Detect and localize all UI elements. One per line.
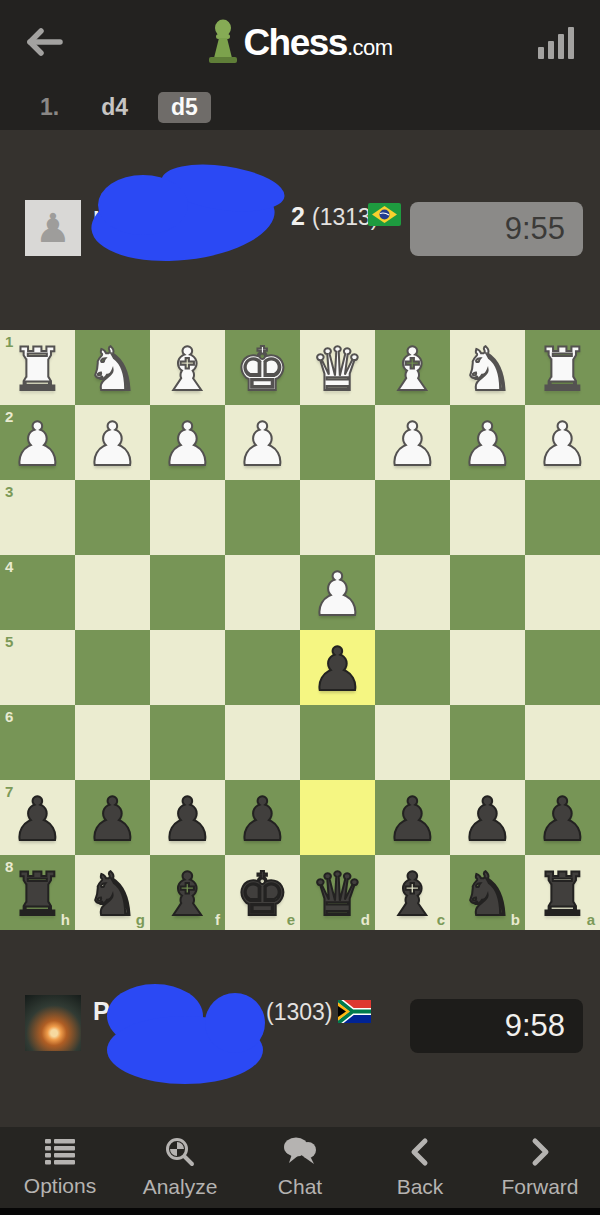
square-g6[interactable] [75,705,150,780]
analyze-label: Analyze [143,1175,218,1199]
options-list-icon [45,1138,75,1166]
square-c1[interactable]: ♝ [375,330,450,405]
android-nav-strip [0,1208,600,1215]
piece-bP-e7: ♟ [225,780,300,855]
square-a7[interactable]: ♟ [525,780,600,855]
rank-label-7: 7 [5,783,13,800]
piece-wK-e1: ♚ [225,330,300,405]
square-e6[interactable] [225,705,300,780]
file-label-c: c [437,911,445,928]
chevron-left-icon [408,1137,432,1167]
square-f4[interactable] [150,555,225,630]
square-f7[interactable]: ♟ [150,780,225,855]
square-h2[interactable]: ♟2 [0,405,75,480]
rank-label-4: 4 [5,558,13,575]
logo-text-com: .com [347,35,393,61]
square-d5[interactable]: ♟ [300,630,375,705]
move-white[interactable]: d4 [101,94,128,121]
square-a2[interactable]: ♟ [525,405,600,480]
rank-label-1: 1 [5,333,13,350]
forward-label: Forward [501,1175,578,1199]
square-g1[interactable]: ♞ [75,330,150,405]
file-label-h: h [61,911,70,928]
rank-label-5: 5 [5,633,13,650]
square-c4[interactable] [375,555,450,630]
opponent-avatar[interactable]: ♟ [25,200,81,256]
piece-wQ-d1: ♛ [300,330,375,405]
brazil-flag-icon [368,203,401,226]
analyze-magnifier-icon [165,1137,195,1167]
piece-wB-f1: ♝ [150,330,225,405]
square-c3[interactable] [375,480,450,555]
square-f3[interactable] [150,480,225,555]
square-f5[interactable] [150,630,225,705]
square-d4[interactable]: ♟ [300,555,375,630]
square-g4[interactable] [75,555,150,630]
piece-wP-b2: ♟ [450,405,525,480]
square-c7[interactable]: ♟ [375,780,450,855]
top-bar: Chess .com [0,0,600,85]
signal-bars-icon [536,26,576,60]
square-a5[interactable] [525,630,600,705]
back-label: Back [397,1175,444,1199]
rank-label-3: 3 [5,483,13,500]
square-d1[interactable]: ♛ [300,330,375,405]
file-label-b: b [511,911,520,928]
move-black-selected[interactable]: d5 [158,92,211,123]
square-e7[interactable]: ♟ [225,780,300,855]
square-e5[interactable] [225,630,300,705]
chess-board: ♜1♞♝♚♛♝♞♜♟2♟♟♟♟♟♟34♟5♟6♟7♟♟♟♟♟♟♜8h♞g♝f♚e… [0,330,600,930]
square-d6[interactable] [300,705,375,780]
default-pawn-avatar-icon: ♟ [35,200,71,256]
square-f1[interactable]: ♝ [150,330,225,405]
chess-app-screen: Chess .com 1. d4 d5 ♟ r 2 (1313) 9:55 [0,0,600,1215]
square-f6[interactable] [150,705,225,780]
chat-bubbles-icon [283,1137,317,1167]
name-redaction-scribble-top [88,160,293,265]
forward-button[interactable]: Forward [480,1127,600,1208]
move-list: 1. d4 d5 [0,85,600,130]
rank-label-6: 6 [5,708,13,725]
name-redaction-scribble-bottom [100,978,265,1090]
file-label-f: f [215,911,220,928]
square-b2[interactable]: ♟ [450,405,525,480]
back-button[interactable]: Back [360,1127,480,1208]
square-f2[interactable]: ♟ [150,405,225,480]
chevron-right-icon [528,1137,552,1167]
square-c6[interactable] [375,705,450,780]
opponent-clock: 9:55 [410,202,583,256]
square-a4[interactable] [525,555,600,630]
piece-wR-a1: ♜ [525,330,600,405]
square-a6[interactable] [525,705,600,780]
square-b7[interactable]: ♟ [450,780,525,855]
square-g8[interactable]: ♞g [75,855,150,930]
square-c2[interactable]: ♟ [375,405,450,480]
chat-button[interactable]: Chat [240,1127,360,1208]
square-b6[interactable] [450,705,525,780]
player-clock: 9:58 [410,999,583,1053]
piece-wP-g2: ♟ [75,405,150,480]
piece-wP-e2: ♟ [225,405,300,480]
file-label-d: d [361,911,370,928]
square-d8[interactable]: ♛d [300,855,375,930]
piece-bB-f8: ♝ [150,855,225,930]
square-c8[interactable]: ♝c [375,855,450,930]
file-label-e: e [287,911,295,928]
piece-wP-f2: ♟ [150,405,225,480]
square-h7[interactable]: ♟7 [0,780,75,855]
player-avatar[interactable] [25,995,81,1051]
square-h6[interactable]: 6 [0,705,75,780]
square-h5[interactable]: 5 [0,630,75,705]
square-h8[interactable]: ♜8h [0,855,75,930]
chesscom-logo: Chess .com [0,0,600,85]
square-g5[interactable] [75,630,150,705]
rank-label-2: 2 [5,408,13,425]
options-button[interactable]: Options [0,1127,120,1208]
piece-wB-c1: ♝ [375,330,450,405]
logo-text-chess: Chess [243,22,347,64]
square-e8[interactable]: ♚e [225,855,300,930]
piece-bP-b7: ♟ [450,780,525,855]
piece-wP-d4: ♟ [300,555,375,630]
square-d3[interactable] [300,480,375,555]
square-b5[interactable] [450,630,525,705]
piece-bP-c7: ♟ [375,780,450,855]
rank-label-8: 8 [5,858,13,875]
square-h1[interactable]: ♜1 [0,330,75,405]
square-c5[interactable] [375,630,450,705]
piece-wN-g1: ♞ [75,330,150,405]
chesscom-pawn-icon [207,19,239,65]
square-b4[interactable] [450,555,525,630]
square-f8[interactable]: ♝f [150,855,225,930]
square-g3[interactable] [75,480,150,555]
piece-wN-b1: ♞ [450,330,525,405]
move-number: 1. [40,94,59,121]
piece-bP-a7: ♟ [525,780,600,855]
chat-label: Chat [278,1175,322,1199]
square-e2[interactable]: ♟ [225,405,300,480]
opponent-name-suffix: 2 [291,202,305,231]
bottom-toolbar: Options Analyze Chat [0,1127,600,1208]
square-e1[interactable]: ♚ [225,330,300,405]
square-g7[interactable]: ♟ [75,780,150,855]
square-a3[interactable] [525,480,600,555]
options-label: Options [24,1174,96,1198]
file-label-a: a [587,911,595,928]
square-b3[interactable] [450,480,525,555]
piece-bP-d5: ♟ [300,630,375,705]
square-d2[interactable] [300,405,375,480]
square-a8[interactable]: ♜a [525,855,600,930]
square-h3[interactable]: 3 [0,480,75,555]
south-africa-flag-icon [338,1000,371,1023]
square-b1[interactable]: ♞ [450,330,525,405]
piece-wP-a2: ♟ [525,405,600,480]
square-b8[interactable]: ♞b [450,855,525,930]
piece-bP-g7: ♟ [75,780,150,855]
square-e4[interactable] [225,555,300,630]
square-a1[interactable]: ♜ [525,330,600,405]
square-d7[interactable] [300,780,375,855]
file-label-g: g [136,911,145,928]
player-rating: (1303) [266,999,332,1026]
square-h4[interactable]: 4 [0,555,75,630]
piece-bP-f7: ♟ [150,780,225,855]
square-e3[interactable] [225,480,300,555]
square-g2[interactable]: ♟ [75,405,150,480]
piece-wP-c2: ♟ [375,405,450,480]
analyze-button[interactable]: Analyze [120,1127,240,1208]
